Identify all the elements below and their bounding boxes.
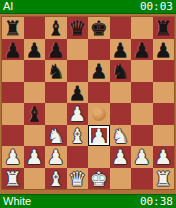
square-e8[interactable]: ♚ bbox=[88, 17, 110, 39]
square-g4[interactable] bbox=[131, 103, 153, 125]
square-a8[interactable]: ♜ bbox=[2, 17, 24, 39]
square-f1[interactable] bbox=[110, 168, 132, 190]
square-f7[interactable]: ♟ bbox=[110, 39, 132, 61]
square-g3[interactable] bbox=[131, 125, 153, 147]
player-name: White bbox=[3, 195, 31, 208]
square-d8[interactable]: ♛ bbox=[67, 17, 89, 39]
black-rook: ♜ bbox=[153, 17, 175, 39]
square-c8[interactable]: ♝ bbox=[45, 17, 67, 39]
square-a3[interactable] bbox=[2, 125, 24, 147]
white-rook: ♜ bbox=[153, 168, 175, 190]
square-h7[interactable]: ♟ bbox=[153, 39, 175, 61]
opponent-clock: 00:03 bbox=[140, 0, 173, 13]
square-b5[interactable] bbox=[24, 82, 46, 104]
square-f8[interactable] bbox=[110, 17, 132, 39]
square-c5[interactable] bbox=[45, 82, 67, 104]
black-pawn: ♟ bbox=[131, 39, 153, 61]
square-g1[interactable] bbox=[131, 168, 153, 190]
square-a7[interactable]: ♟ bbox=[2, 39, 24, 61]
white-queen: ♛ bbox=[67, 168, 89, 190]
bottom-status-bar: White 00:38 bbox=[0, 194, 176, 208]
black-pawn: ♟ bbox=[24, 39, 46, 61]
white-pawn: ♟ bbox=[24, 146, 46, 168]
square-e3[interactable]: ♟ bbox=[88, 125, 110, 147]
square-a6[interactable] bbox=[2, 60, 24, 82]
square-g5[interactable] bbox=[131, 82, 153, 104]
white-pawn: ♟ bbox=[45, 146, 67, 168]
square-f5[interactable] bbox=[110, 82, 132, 104]
square-e6[interactable]: ♟ bbox=[88, 60, 110, 82]
black-pawn: ♟ bbox=[2, 39, 24, 61]
square-e1[interactable]: ♚ bbox=[88, 168, 110, 190]
square-h8[interactable]: ♜ bbox=[153, 17, 175, 39]
square-h3[interactable] bbox=[153, 125, 175, 147]
move-hint-circle bbox=[92, 107, 106, 121]
chess-board: ♜♝♛♚♜♟♟♟♟♟♟♞♟♞♟♝♟♞♝♟♞♟♟♟♟♟♟♜♝♛♚♜ bbox=[2, 17, 174, 189]
black-queen: ♛ bbox=[67, 17, 89, 39]
top-status-bar: AI 00:03 bbox=[0, 0, 176, 14]
square-b3[interactable] bbox=[24, 125, 46, 147]
square-b7[interactable]: ♟ bbox=[24, 39, 46, 61]
chess-app-screen: AI 00:03 ♜♝♛♚♜♟♟♟♟♟♟♞♟♞♟♝♟♞♝♟♞♟♟♟♟♟♟♜♝♛♚… bbox=[0, 0, 176, 208]
square-b6[interactable] bbox=[24, 60, 46, 82]
square-c3[interactable]: ♞ bbox=[45, 125, 67, 147]
white-pawn: ♟ bbox=[88, 125, 110, 147]
board-frame: ♜♝♛♚♜♟♟♟♟♟♟♞♟♞♟♝♟♞♝♟♞♟♟♟♟♟♟♜♝♛♚♜ bbox=[0, 14, 176, 194]
white-pawn: ♟ bbox=[2, 146, 24, 168]
square-d3[interactable]: ♝ bbox=[67, 125, 89, 147]
square-g6[interactable] bbox=[131, 60, 153, 82]
black-pawn: ♟ bbox=[67, 82, 89, 104]
square-d6[interactable] bbox=[67, 60, 89, 82]
white-pawn: ♟ bbox=[67, 103, 89, 125]
square-d7[interactable] bbox=[67, 39, 89, 61]
square-a1[interactable]: ♜ bbox=[2, 168, 24, 190]
square-c4[interactable] bbox=[45, 103, 67, 125]
square-f4[interactable] bbox=[110, 103, 132, 125]
square-f6[interactable]: ♞ bbox=[110, 60, 132, 82]
white-pawn: ♟ bbox=[153, 146, 175, 168]
white-knight: ♞ bbox=[110, 125, 132, 147]
black-pawn: ♟ bbox=[153, 39, 175, 61]
square-h6[interactable] bbox=[153, 60, 175, 82]
white-knight: ♞ bbox=[45, 125, 67, 147]
white-rook: ♜ bbox=[2, 168, 24, 190]
square-h5[interactable] bbox=[153, 82, 175, 104]
black-knight: ♞ bbox=[45, 60, 67, 82]
square-e2[interactable] bbox=[88, 146, 110, 168]
square-d1[interactable]: ♛ bbox=[67, 168, 89, 190]
black-knight: ♞ bbox=[110, 60, 132, 82]
square-e4[interactable] bbox=[88, 103, 110, 125]
square-c2[interactable]: ♟ bbox=[45, 146, 67, 168]
white-pawn: ♟ bbox=[110, 146, 132, 168]
square-b1[interactable] bbox=[24, 168, 46, 190]
square-e7[interactable] bbox=[88, 39, 110, 61]
black-pawn: ♟ bbox=[45, 39, 67, 61]
square-g2[interactable]: ♟ bbox=[131, 146, 153, 168]
square-g8[interactable] bbox=[131, 17, 153, 39]
square-g7[interactable]: ♟ bbox=[131, 39, 153, 61]
square-d5[interactable]: ♟ bbox=[67, 82, 89, 104]
square-h1[interactable]: ♜ bbox=[153, 168, 175, 190]
black-pawn: ♟ bbox=[88, 60, 110, 82]
square-f2[interactable]: ♟ bbox=[110, 146, 132, 168]
square-f3[interactable]: ♞ bbox=[110, 125, 132, 147]
black-pawn: ♟ bbox=[110, 39, 132, 61]
white-king: ♚ bbox=[88, 168, 110, 190]
square-a5[interactable] bbox=[2, 82, 24, 104]
square-b8[interactable] bbox=[24, 17, 46, 39]
square-a2[interactable]: ♟ bbox=[2, 146, 24, 168]
square-c1[interactable]: ♝ bbox=[45, 168, 67, 190]
square-b4[interactable]: ♝ bbox=[24, 103, 46, 125]
square-h2[interactable]: ♟ bbox=[153, 146, 175, 168]
square-a4[interactable] bbox=[2, 103, 24, 125]
opponent-name: AI bbox=[3, 0, 13, 13]
square-c6[interactable]: ♞ bbox=[45, 60, 67, 82]
black-king: ♚ bbox=[88, 17, 110, 39]
square-b2[interactable]: ♟ bbox=[24, 146, 46, 168]
square-c7[interactable]: ♟ bbox=[45, 39, 67, 61]
white-pawn: ♟ bbox=[131, 146, 153, 168]
black-bishop: ♝ bbox=[24, 103, 46, 125]
square-d4[interactable]: ♟ bbox=[67, 103, 89, 125]
square-e5[interactable] bbox=[88, 82, 110, 104]
player-clock: 00:38 bbox=[140, 195, 173, 208]
white-bishop: ♝ bbox=[67, 125, 89, 147]
white-bishop: ♝ bbox=[45, 168, 67, 190]
square-h4[interactable] bbox=[153, 103, 175, 125]
black-bishop: ♝ bbox=[45, 17, 67, 39]
square-d2[interactable] bbox=[67, 146, 89, 168]
black-rook: ♜ bbox=[2, 17, 24, 39]
